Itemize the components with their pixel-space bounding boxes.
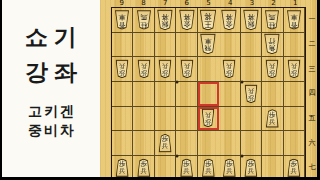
square-1d[interactable] [284,82,305,107]
piece-gote-king[interactable]: 王将 [200,9,217,30]
square-5f[interactable] [198,131,219,156]
square-5g[interactable]: 歩兵 [198,156,219,177]
square-3a[interactable]: 銀将 [241,8,262,33]
square-1c[interactable]: 歩兵 [284,57,305,82]
rank-label-2: 二 [307,32,317,57]
square-8c[interactable]: 歩兵 [133,57,154,82]
square-6c[interactable]: 歩兵 [176,57,197,82]
square-3c[interactable] [241,57,262,82]
subtitle-line-1: 고키겐 [4,102,100,121]
file-label-6: 6 [176,0,198,7]
square-7g[interactable] [155,156,176,177]
square-2g[interactable] [262,156,283,177]
square-5c[interactable] [198,57,219,82]
piece-gote-silver[interactable]: 銀将 [157,10,173,31]
square-2c[interactable]: 歩兵 [262,57,283,82]
piece-gote-pawn[interactable]: 歩兵 [223,60,236,79]
file-label-8: 8 [133,0,155,7]
rank-label-7: 七 [307,155,317,177]
file-label-1: 1 [284,0,306,7]
piece-gote-silver[interactable]: 銀将 [243,10,259,31]
square-2a[interactable]: 桂馬 [262,8,283,33]
rank-label-5: 五 [307,106,317,131]
square-8g[interactable]: 歩兵 [133,156,154,177]
rank-coordinate-labels: 一二三四五六七 [307,7,317,177]
square-5a[interactable]: 王将 [198,8,219,33]
piece-sente-pawn[interactable]: 歩兵 [223,159,236,177]
piece-gote-lance[interactable]: 香車 [287,10,301,30]
square-3b[interactable] [241,33,262,58]
piece-sente-pawn[interactable]: 歩兵 [137,159,150,177]
file-label-2: 2 [263,0,285,7]
file-coordinate-labels: 987654321 [111,0,306,7]
square-8a[interactable]: 桂馬 [133,8,154,33]
square-4g[interactable]: 歩兵 [219,156,240,177]
square-9b[interactable] [112,33,133,58]
square-9e[interactable] [112,107,133,132]
piece-gote-pawn[interactable]: 歩兵 [244,85,257,104]
square-9a[interactable]: 香車 [112,8,133,33]
square-1b[interactable] [284,33,305,58]
square-7c[interactable]: 歩兵 [155,57,176,82]
video-frame: 쇼기 강좌 고키겐 중비차 987654321 一二三四五六七 香車桂馬銀将金将… [0,0,320,180]
piece-sente-pawn[interactable]: 歩兵 [159,134,172,153]
square-1a[interactable]: 香車 [284,8,305,33]
file-label-5: 5 [198,0,220,7]
piece-gote-pawn[interactable]: 歩兵 [266,60,279,79]
square-9f[interactable] [112,131,133,156]
file-label-3: 3 [241,0,263,7]
piece-gote-pawn[interactable]: 歩兵 [287,60,300,79]
piece-gote-gold[interactable]: 金将 [179,10,195,31]
lecture-subtitle: 고키겐 중비차 [2,102,100,140]
square-4b[interactable] [219,33,240,58]
square-5d[interactable] [198,82,219,107]
square-4f[interactable] [219,131,240,156]
piece-gote-knight[interactable]: 桂馬 [265,10,279,30]
piece-gote-lance[interactable]: 香車 [115,10,129,30]
square-4a[interactable]: 金将 [219,8,240,33]
square-8b[interactable] [133,33,154,58]
square-7e[interactable] [155,107,176,132]
piece-gote-knight[interactable]: 桂馬 [137,10,151,30]
square-5b[interactable]: 飛車 [198,33,219,58]
rank-label-4: 四 [307,81,317,106]
square-6e[interactable] [176,107,197,132]
square-8f[interactable] [133,131,154,156]
piece-sente-pawn[interactable]: 歩兵 [244,159,257,177]
square-4e[interactable] [219,107,240,132]
piece-sente-pawn[interactable]: 歩兵 [202,159,215,177]
file-label-4: 4 [219,0,241,7]
square-1e[interactable] [284,107,305,132]
square-6f[interactable] [176,131,197,156]
piece-gote-bishop[interactable]: 角行 [265,34,281,55]
square-2f[interactable] [262,131,283,156]
square-3d[interactable]: 歩兵 [241,82,262,107]
lecture-title-panel: 쇼기 강좌 고키겐 중비차 [2,0,100,177]
piece-gote-rook[interactable]: 飛車 [201,34,217,55]
square-6b[interactable] [176,33,197,58]
piece-gote-pawn[interactable]: 歩兵 [202,109,215,128]
rank-label-6: 六 [307,130,317,155]
square-2d[interactable] [262,82,283,107]
square-3e[interactable] [241,107,262,132]
piece-gote-pawn[interactable]: 歩兵 [116,60,129,79]
rank-label-1: 一 [307,7,317,32]
file-label-7: 7 [154,0,176,7]
square-6a[interactable]: 金将 [176,8,197,33]
square-9c[interactable]: 歩兵 [112,57,133,82]
square-5e[interactable]: 歩兵 [198,107,219,132]
square-9g[interactable]: 歩兵 [112,156,133,177]
square-7d[interactable] [155,82,176,107]
piece-gote-pawn[interactable]: 歩兵 [180,60,193,79]
board-background: 987654321 一二三四五六七 香車桂馬銀将金将王将金将銀将桂馬香車飛車角行… [100,0,317,177]
square-3g[interactable]: 歩兵 [241,156,262,177]
rank-label-3: 三 [307,56,317,81]
square-2b[interactable]: 角行 [262,33,283,58]
square-4d[interactable] [219,82,240,107]
lecture-title: 쇼기 강좌 [2,19,100,89]
piece-sente-pawn[interactable]: 歩兵 [266,109,279,128]
square-6g[interactable]: 歩兵 [176,156,197,177]
square-8d[interactable] [133,82,154,107]
piece-gote-pawn[interactable]: 歩兵 [159,60,172,79]
piece-sente-pawn[interactable]: 歩兵 [116,159,129,177]
square-2e[interactable]: 歩兵 [262,107,283,132]
square-4c[interactable]: 歩兵 [219,57,240,82]
square-9d[interactable] [112,82,133,107]
file-label-9: 9 [111,0,133,7]
piece-sente-pawn[interactable]: 歩兵 [180,159,193,177]
shogi-board: 香車桂馬銀将金将王将金将銀将桂馬香車飛車角行歩兵歩兵歩兵歩兵歩兵歩兵歩兵歩兵歩兵… [111,7,306,177]
square-8e[interactable] [133,107,154,132]
square-7b[interactable] [155,33,176,58]
title-line-1: 쇼기 [8,19,100,54]
piece-gote-gold[interactable]: 金将 [222,10,238,31]
piece-gote-pawn[interactable]: 歩兵 [137,60,150,79]
square-3f[interactable] [241,131,262,156]
square-7a[interactable]: 銀将 [155,8,176,33]
subtitle-line-2: 중비차 [4,121,100,140]
square-1g[interactable]: 歩兵 [284,156,305,177]
square-7f[interactable]: 歩兵 [155,131,176,156]
piece-sente-pawn[interactable]: 歩兵 [287,159,300,177]
title-line-2: 강좌 [8,54,100,89]
square-1f[interactable] [284,131,305,156]
square-6d[interactable] [176,82,197,107]
